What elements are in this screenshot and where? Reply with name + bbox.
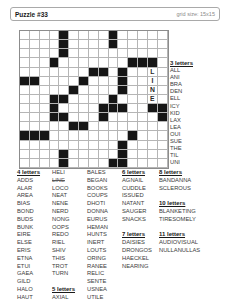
prefilled-letter-cell: E [148,95,158,104]
grid-cell[interactable] [138,31,148,40]
grid-cell[interactable] [79,58,89,67]
grid-size-label: grid size: 15x15 [176,11,215,17]
grid-cell[interactable] [89,58,99,67]
word-item: TROT [52,263,75,271]
grid-cell[interactable] [40,86,50,95]
grid-cell[interactable] [79,86,89,95]
grid-cell[interactable] [99,159,109,168]
grid-cell[interactable] [138,122,148,131]
grid-cell[interactable] [99,122,109,131]
grid-cell[interactable] [30,122,40,131]
word-item: SUE [170,138,193,145]
grid-cell[interactable] [40,122,50,131]
black-cell [69,86,79,95]
grid-cell[interactable] [128,113,138,122]
grid-cell[interactable] [128,159,138,168]
black-cell [118,77,128,86]
grid-cell[interactable] [128,77,138,86]
grid-cell[interactable] [109,77,119,86]
grid-cell[interactable] [158,68,168,77]
grid-cell[interactable] [89,122,99,131]
word-list-block: 11 lettersAUDIOVISUALNULLANULLAS [159,231,200,254]
black-cell [50,58,60,67]
grid-cell[interactable] [40,159,50,168]
black-cell [59,159,69,168]
grid-cell[interactable] [69,141,79,150]
grid-cell[interactable] [158,150,168,159]
grid-cell[interactable] [158,141,168,150]
grid-cell[interactable] [50,68,60,77]
grid-cell[interactable] [20,86,30,95]
grid-cell[interactable] [30,159,40,168]
grid-cell[interactable] [59,131,69,140]
word-item: DHOTI [87,200,108,208]
grid-cell[interactable] [79,49,89,58]
grid-cell[interactable] [89,86,99,95]
grid-cell[interactable] [40,150,50,159]
grid-cell[interactable] [79,159,89,168]
grid-cell[interactable] [158,159,168,168]
word-item: AUDIOVISUAL [159,239,200,247]
grid-cell[interactable] [89,49,99,58]
grid-cell[interactable] [128,40,138,49]
grid-cell[interactable] [69,77,79,86]
word-list-column: BALESBEGANBOOKSCOUPSDHOTIDONNAEURUSHEMAN… [87,169,108,300]
grid-cell[interactable] [50,31,60,40]
word-item: HUNTS [87,231,108,239]
grid-cell[interactable] [158,131,168,140]
grid-cell[interactable] [69,31,79,40]
word-item: NONG [52,216,75,224]
grid-cell[interactable] [59,141,69,150]
black-cell [59,49,69,58]
grid-cell[interactable] [20,58,30,67]
grid-cell[interactable] [138,40,148,49]
word-list-block: 6 lettersAGNAILCUDDLEISSUEDNATANTSAUGERS… [122,169,152,224]
grid-cell[interactable] [59,77,69,86]
grid-cell[interactable] [138,131,148,140]
black-cell [59,40,69,49]
black-cell [50,113,60,122]
word-item: GAEA [17,270,40,278]
black-cell [118,68,128,77]
word-item: OOPS [52,224,75,232]
grid-cell[interactable] [148,40,158,49]
grid-cell[interactable] [69,113,79,122]
grid-cell[interactable] [128,49,138,58]
grid-cell[interactable] [30,49,40,58]
word-item: LOUTS [87,247,108,255]
word-item: LAX [170,117,193,124]
black-cell [109,159,119,168]
grid-cell[interactable] [50,150,60,159]
grid-cell[interactable] [50,49,60,58]
word-list-heading: 10 letters [159,200,200,208]
word-list-heading: 3 letters [170,60,193,67]
grid-cell[interactable] [89,31,99,40]
black-cell [59,113,69,122]
grid-cell[interactable] [20,113,30,122]
word-list-heading: 7 letters [122,231,152,239]
grid-cell[interactable] [79,31,89,40]
grid-cell[interactable] [109,150,119,159]
grid-cell[interactable] [79,150,89,159]
grid-cell[interactable] [138,141,148,150]
black-cell [118,104,128,113]
grid-cell[interactable] [50,159,60,168]
grid-cell[interactable] [109,122,119,131]
word-list-column: 4 lettersADDSALARAREABIASBONDBUDSBUNKEIR… [17,169,40,300]
word-item: DRONGOS [122,247,152,255]
grid-cell[interactable] [128,68,138,77]
grid-cell[interactable] [50,122,60,131]
grid-cell[interactable] [128,122,138,131]
grid-cell[interactable] [69,68,79,77]
grid-cell[interactable] [118,31,128,40]
word-item: THIS [52,255,75,263]
grid-cell[interactable] [109,141,119,150]
grid-cell[interactable] [148,141,158,150]
grid-cell[interactable] [158,95,168,104]
grid-cell[interactable] [20,104,30,113]
grid-cell[interactable] [118,113,128,122]
grid-cell[interactable] [138,49,148,58]
word-item: BOOKS [87,185,108,193]
black-cell [109,104,119,113]
word-item: NEAT [52,192,75,200]
grid-cell[interactable] [79,68,89,77]
word-list-column: HELILINELOCONEATNENENERDNONGOOPSREDORIEL… [52,169,75,300]
grid-cell[interactable] [99,86,109,95]
grid-cell[interactable] [50,131,60,140]
word-item: UTILE [87,294,108,300]
word-item: SHIV [52,247,75,255]
grid-cell[interactable] [40,77,50,86]
grid-cell[interactable] [79,104,89,113]
word-item: ERIS [17,247,40,255]
black-cell [50,95,60,104]
grid-cell[interactable] [30,150,40,159]
grid-cell[interactable] [158,49,168,58]
grid-cell[interactable] [69,131,79,140]
prefilled-letter-cell: I [148,77,158,86]
word-list-block: 7 lettersDAISIESDRONGOSHAECKELNEARING [122,231,152,270]
word-list-block: BALESBEGANBOOKSCOUPSDHOTIDONNAEURUSHEMAN… [87,169,108,300]
puzzle-page: Puzzle #33 grid size: 15x15 LINE 3 lette… [0,0,232,300]
grid-cell[interactable] [109,131,119,140]
word-list-heading: 5 letters [52,286,75,294]
black-cell [138,58,148,67]
grid-cell[interactable] [40,68,50,77]
grid-cell[interactable] [118,58,128,67]
grid-cell[interactable] [40,49,50,58]
grid-cell[interactable] [69,40,79,49]
grid-cell[interactable] [99,141,109,150]
grid-cell[interactable] [40,141,50,150]
word-item: BANDANNA [159,177,200,185]
grid-cell[interactable] [89,159,99,168]
prefilled-letter-cell: L [148,68,158,77]
grid-cell[interactable] [40,104,50,113]
black-cell [59,95,69,104]
word-item: BUDS [17,216,40,224]
grid-cell[interactable] [138,113,148,122]
black-cell [99,113,109,122]
grid-cell[interactable] [89,141,99,150]
word-item: NEARING [122,263,152,271]
black-cell [109,40,119,49]
black-cell [118,141,128,150]
word-list-block: 5 lettersAXIAL [52,286,75,300]
grid-cell[interactable] [118,95,128,104]
grid-cell[interactable] [89,77,99,86]
grid-cell[interactable] [69,150,79,159]
black-cell [118,86,128,95]
grid-cell[interactable] [69,104,79,113]
grid-cell[interactable] [40,58,50,67]
grid-cell[interactable] [79,141,89,150]
grid-cell[interactable] [40,31,50,40]
grid-cell[interactable] [138,77,148,86]
word-item: DONNA [87,208,108,216]
word-item: BRA [170,81,193,88]
black-cell [59,150,69,159]
grid-cell[interactable] [158,122,168,131]
grid-cell[interactable] [30,95,40,104]
word-item: AREA [17,192,40,200]
word-list-block: HELILINELOCONEATNENENERDNONGOOPSREDORIEL… [52,169,75,278]
word-item: LOCO [52,185,75,193]
grid-cell[interactable] [138,95,148,104]
grid-cell[interactable] [30,58,40,67]
word-item: RELIC [87,270,108,278]
word-item: BALES [87,169,108,177]
grid-cell[interactable] [79,95,89,104]
word-list-heading: 4 letters [17,169,40,177]
grid-cell[interactable] [138,104,148,113]
grid-cell[interactable] [109,49,119,58]
grid-cell[interactable] [89,131,99,140]
grid-cell[interactable] [128,86,138,95]
word-list-heading: 8 letters [159,169,200,177]
grid-cell[interactable] [148,159,158,168]
word-list-block: 4 lettersADDSALARAREABIASBONDBUDSBUNKEIR… [17,169,40,300]
grid-cell[interactable] [158,40,168,49]
grid-cell[interactable] [20,150,30,159]
grid-cell[interactable] [128,95,138,104]
grid-cell[interactable] [138,86,148,95]
word-item: AXIAL [52,294,75,300]
grid-cell[interactable] [148,131,158,140]
grid-cell[interactable] [30,31,40,40]
grid-cell[interactable] [59,86,69,95]
word-item: NATANT [122,200,152,208]
fill-in-grid: LINE [19,30,169,169]
grid-cell[interactable] [20,40,30,49]
grid-cell[interactable] [20,31,30,40]
grid-cell[interactable] [128,31,138,40]
word-item: NULLANULLAS [159,247,200,255]
grid-cell[interactable] [118,122,128,131]
grid-cell[interactable] [89,150,99,159]
black-cell [99,104,109,113]
grid-cell[interactable] [50,77,60,86]
black-cell [148,58,158,67]
grid-cell[interactable] [50,141,60,150]
word-item: HEMAN [87,224,108,232]
grid-cell[interactable] [20,68,30,77]
grid-cell[interactable] [30,86,40,95]
word-item: SCLEROUS [159,185,200,193]
grid-cell[interactable] [30,40,40,49]
grid-cell[interactable] [148,49,158,58]
grid-cell[interactable] [109,58,119,67]
black-cell [50,104,60,113]
grid-cell[interactable] [99,40,109,49]
grid-cell[interactable] [138,150,148,159]
grid-cell[interactable] [69,49,79,58]
black-cell [118,150,128,159]
word-list-heading: 6 letters [122,169,152,177]
grid-cell[interactable] [50,40,60,49]
grid-cell[interactable] [99,77,109,86]
grid-cell[interactable] [148,31,158,40]
grid-cell[interactable] [109,86,119,95]
word-item: ISSUED [122,192,152,200]
grid-cell[interactable] [128,141,138,150]
grid-cell[interactable] [89,40,99,49]
grid-cell[interactable] [109,113,119,122]
word-item: ETNA [17,255,40,263]
grid-cell[interactable] [158,77,168,86]
word-item: EIRE [17,231,40,239]
grid-cell[interactable] [109,68,119,77]
word-item: EURUS [87,216,108,224]
black-cell [128,131,138,140]
black-cell [79,77,89,86]
grid-cell[interactable] [118,40,128,49]
word-list-column: 8 lettersBANDANNASCLEROUS10 lettersBLANK… [159,169,200,255]
word-item: DAISIES [122,239,152,247]
word-item: LEA [170,124,193,131]
grid-cell[interactable] [148,150,158,159]
grid-cell[interactable] [79,113,89,122]
word-item: BUNK [17,224,40,232]
word-item: ADDS [17,177,40,185]
grid-cell[interactable] [99,95,109,104]
word-item: ANI [170,74,193,81]
grid-cell[interactable] [69,159,79,168]
word-list-column: 6 lettersAGNAILCUDDLEISSUEDNATANTSAUGERS… [122,169,152,270]
word-item: DEN [170,88,193,95]
grid-cell[interactable] [30,113,40,122]
grid-cell[interactable] [158,31,168,40]
word-item: HAUT [17,294,40,300]
grid-cell[interactable] [59,122,69,131]
grid-cell[interactable] [99,150,109,159]
grid-cell[interactable] [89,113,99,122]
grid-cell[interactable] [69,95,79,104]
black-cell [99,68,109,77]
grid-cell[interactable] [59,104,69,113]
grid-cell[interactable] [138,159,148,168]
grid-cell[interactable] [59,68,69,77]
word-item: USNEA [87,286,108,294]
black-cell [59,31,69,40]
grid-cell[interactable] [40,40,50,49]
grid-cell[interactable] [30,68,40,77]
black-cell [158,104,168,113]
puzzle-header: Puzzle #33 grid size: 15x15 [10,7,220,21]
grid-cell[interactable] [20,49,30,58]
grid-cell[interactable] [99,58,109,67]
grid-cell[interactable] [99,131,109,140]
grid-cell[interactable] [20,122,30,131]
word-item: TIL [170,152,193,159]
grid-cell[interactable] [128,104,138,113]
grid-cell[interactable] [50,86,60,95]
word-item: REDO [52,231,75,239]
grid-cell[interactable] [40,95,50,104]
grid-cell[interactable] [148,113,158,122]
black-cell [158,113,168,122]
grid-cell[interactable] [79,131,89,140]
black-cell [69,122,79,131]
word-item: THE [170,145,193,152]
grid-cell[interactable] [89,104,99,113]
grid-cell[interactable] [99,49,109,58]
grid-cell[interactable] [158,86,168,95]
black-cell [89,68,99,77]
grid-cell[interactable] [20,141,30,150]
word-item: ELL [170,95,193,102]
black-cell [20,77,30,86]
black-cell [118,159,128,168]
word-item: SENTE [87,278,108,286]
grid-cell[interactable] [20,159,30,168]
black-cell [30,77,40,86]
grid-cell[interactable] [30,141,40,150]
word-item: RANEE [87,263,108,271]
word-list-heading: 11 letters [159,231,200,239]
word-item: INERT [87,239,108,247]
grid-cell[interactable] [20,95,30,104]
grid-cell[interactable] [99,31,109,40]
grid-cell[interactable] [59,58,69,67]
word-item: TIRESOMELY [159,216,200,224]
grid-cell[interactable] [158,58,168,67]
word-list-block: 8 lettersBANDANNASCLEROUS [159,169,200,192]
word-item: COUPS [87,192,108,200]
grid-cell[interactable] [40,113,50,122]
grid-cell[interactable] [118,49,128,58]
word-item: SNACKS [122,216,152,224]
grid-cell[interactable] [148,122,158,131]
grid-cell[interactable] [138,68,148,77]
prefilled-letter-cell: N [148,86,158,95]
word-list-3-letters: 3 lettersALLANIBRADENELLICYKIDLAXLEAOUIS… [170,60,193,166]
word-item: BIAS [17,200,40,208]
grid-cell[interactable] [30,104,40,113]
grid-cell[interactable] [118,131,128,140]
grid-cell[interactable] [89,95,99,104]
word-item: HAECKEL [122,255,152,263]
grid-cell[interactable] [79,40,89,49]
grid-cell[interactable] [69,58,79,67]
word-item: ORING [87,255,108,263]
word-item: NENE [52,200,75,208]
grid-cell[interactable] [128,150,138,159]
